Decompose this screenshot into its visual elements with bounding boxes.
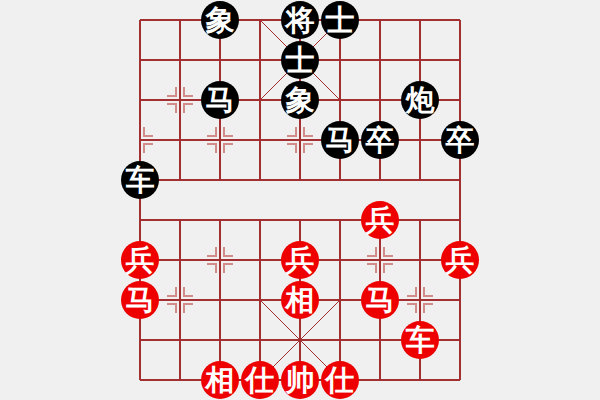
piece-black-horse[interactable]: 马 xyxy=(321,121,359,159)
piece-red-pawn[interactable]: 兵 xyxy=(441,241,479,279)
piece-black-horse[interactable]: 马 xyxy=(201,81,239,119)
piece-red-horse[interactable]: 马 xyxy=(121,281,159,319)
piece-red-horse[interactable]: 马 xyxy=(361,281,399,319)
pieces-layer: 象将士士马象炮马卒卒车兵兵兵兵马相马车相仕帅仕 xyxy=(120,0,480,400)
piece-black-cannon[interactable]: 炮 xyxy=(401,81,439,119)
piece-red-elephant[interactable]: 相 xyxy=(281,281,319,319)
piece-black-pawn[interactable]: 卒 xyxy=(441,121,479,159)
piece-red-pawn[interactable]: 兵 xyxy=(361,201,399,239)
piece-black-advisor[interactable]: 士 xyxy=(321,1,359,39)
piece-black-advisor[interactable]: 士 xyxy=(281,41,319,79)
piece-red-advisor[interactable]: 仕 xyxy=(241,361,279,399)
piece-red-general[interactable]: 帅 xyxy=(281,361,319,399)
xiangqi-app: 象将士士马象炮马卒卒车兵兵兵兵马相马车相仕帅仕 xyxy=(0,0,600,400)
piece-red-advisor[interactable]: 仕 xyxy=(321,361,359,399)
piece-red-pawn[interactable]: 兵 xyxy=(121,241,159,279)
piece-red-pawn[interactable]: 兵 xyxy=(281,241,319,279)
piece-black-elephant[interactable]: 象 xyxy=(201,1,239,39)
piece-black-general[interactable]: 将 xyxy=(281,1,319,39)
piece-black-elephant[interactable]: 象 xyxy=(281,81,319,119)
piece-black-pawn[interactable]: 卒 xyxy=(361,121,399,159)
piece-black-chariot[interactable]: 车 xyxy=(121,161,159,199)
piece-red-chariot[interactable]: 车 xyxy=(401,321,439,359)
piece-red-elephant[interactable]: 相 xyxy=(201,361,239,399)
